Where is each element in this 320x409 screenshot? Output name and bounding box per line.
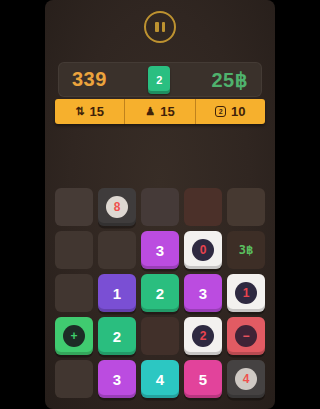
tile-pink-5[interactable]: 5 <box>184 360 222 398</box>
tile-white-1[interactable]: 1 <box>227 274 265 312</box>
tile-magenta-3[interactable]: 3 <box>141 231 179 269</box>
swap-arrows-icon: ⇅ <box>75 106 84 117</box>
tile-circle-glyph: − <box>235 325 257 347</box>
tile-circle-glyph: 0 <box>192 239 214 261</box>
pause-icon <box>162 22 166 32</box>
stats-bar: ⇅ 15 ♟ 15 2 10 <box>55 99 265 124</box>
tile-minus-bonus[interactable]: − <box>227 317 265 355</box>
cell-r2c5: 3฿ <box>227 231 265 269</box>
tile-magenta-3[interactable]: 3 <box>98 360 136 398</box>
board: 8303฿1231+22−3454 <box>55 188 265 398</box>
cell-r2c4: 0 <box>184 231 222 269</box>
pause-button[interactable] <box>144 11 176 43</box>
tile-number: 1 <box>113 286 121 301</box>
cell-r5c1 <box>55 360 93 398</box>
cell-r1c5 <box>227 188 265 226</box>
cell-r5c5: 4 <box>227 360 265 398</box>
stat-swaps: ⇅ 15 <box>55 99 124 124</box>
tile-plus-bonus[interactable]: + <box>55 317 93 355</box>
tile-number: 2 <box>156 286 164 301</box>
cell-r1c1 <box>55 188 93 226</box>
tile-number: 2 <box>113 329 121 344</box>
tile-circle-glyph: + <box>63 325 85 347</box>
tile-dark-4[interactable]: 4 <box>227 360 265 398</box>
cell-r4c3 <box>141 317 179 355</box>
cell-r3c5: 1 <box>227 274 265 312</box>
floating-reward-text: 3฿ <box>227 231 265 269</box>
cell-r5c2: 3 <box>98 360 136 398</box>
cell-r3c1 <box>55 274 93 312</box>
tile-violet-1[interactable]: 1 <box>98 274 136 312</box>
cell-r2c2 <box>98 231 136 269</box>
tile-green-2[interactable]: 2 <box>98 317 136 355</box>
cell-r3c2: 1 <box>98 274 136 312</box>
tile-number: 4 <box>156 372 164 387</box>
tile-circle-glyph: 1 <box>235 282 257 304</box>
stat-pieces: ♟ 15 <box>124 99 194 124</box>
stat-tiles: 2 10 <box>195 99 265 124</box>
tile-number: 5 <box>199 372 207 387</box>
pawn-icon: ♟ <box>145 106 155 117</box>
score-panel: 339 2 25฿ <box>58 62 262 97</box>
cell-r3c3: 2 <box>141 274 179 312</box>
cell-r5c4: 5 <box>184 360 222 398</box>
cell-r3c4: 3 <box>184 274 222 312</box>
tile-number: 3 <box>156 243 164 258</box>
cell-r1c3 <box>141 188 179 226</box>
pause-icon <box>155 22 159 32</box>
cell-r1c4 <box>184 188 222 226</box>
tile-magenta-3[interactable]: 3 <box>184 274 222 312</box>
score-value: 339 <box>72 68 107 91</box>
tile-circle-glyph: 8 <box>106 196 128 218</box>
tile-white-2[interactable]: 2 <box>184 317 222 355</box>
tile-dark-8[interactable]: 8 <box>98 188 136 226</box>
stat-pieces-value: 15 <box>160 104 174 119</box>
tile-green-2[interactable]: 2 <box>141 274 179 312</box>
current-tile-preview: 2 <box>148 66 170 94</box>
cell-r1c2: 8 <box>98 188 136 226</box>
tile-chip-icon: 2 <box>215 106 226 117</box>
cell-r4c1: + <box>55 317 93 355</box>
cell-r4c4: 2 <box>184 317 222 355</box>
currency-value: 25฿ <box>212 68 248 92</box>
tile-teal-4[interactable]: 4 <box>141 360 179 398</box>
stat-swaps-value: 15 <box>90 104 104 119</box>
cell-r2c3: 3 <box>141 231 179 269</box>
tile-number: 3 <box>113 372 121 387</box>
tile-number: 3 <box>199 286 207 301</box>
tile-white-0[interactable]: 0 <box>184 231 222 269</box>
game-screen: 339 2 25฿ ⇅ 15 ♟ 15 2 10 8303฿1231+22−34… <box>45 0 275 409</box>
cell-r4c5: − <box>227 317 265 355</box>
tile-circle-glyph: 4 <box>235 368 257 390</box>
cell-r2c1 <box>55 231 93 269</box>
cell-r5c3: 4 <box>141 360 179 398</box>
stat-tiles-value: 10 <box>231 104 245 119</box>
tile-circle-glyph: 2 <box>192 325 214 347</box>
cell-r4c2: 2 <box>98 317 136 355</box>
